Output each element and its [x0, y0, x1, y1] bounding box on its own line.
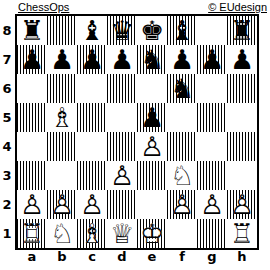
square-h8[interactable]: ♜ [227, 16, 257, 45]
rank-label-8: 8 [0, 16, 14, 45]
white-bishop[interactable]: ♝♗ [47, 103, 77, 132]
file-label-h: h [227, 250, 257, 266]
square-f4[interactable] [167, 132, 197, 161]
square-g8[interactable] [197, 16, 227, 45]
square-f5[interactable] [167, 103, 197, 132]
white-pawn[interactable]: ♟♙ [197, 190, 227, 219]
square-h1[interactable]: ♜♖ [227, 219, 257, 248]
square-g3[interactable] [197, 161, 227, 190]
square-h4[interactable] [227, 132, 257, 161]
square-e6[interactable] [137, 74, 167, 103]
square-b2[interactable]: ♟♙ [47, 190, 77, 219]
square-b7[interactable]: ♟ [47, 45, 77, 74]
square-a8[interactable]: ♜ [17, 16, 47, 45]
black-pawn[interactable]: ♟ [17, 45, 47, 74]
square-e2[interactable] [137, 190, 167, 219]
black-bishop[interactable]: ♝ [167, 16, 197, 45]
square-g5[interactable] [197, 103, 227, 132]
square-d2[interactable] [107, 190, 137, 219]
square-c1[interactable]: ♝♗ [77, 219, 107, 248]
square-c3[interactable] [77, 161, 107, 190]
white-pawn[interactable]: ♟♙ [17, 190, 47, 219]
square-b6[interactable] [47, 74, 77, 103]
square-g6[interactable] [197, 74, 227, 103]
square-d8[interactable]: ♛ [107, 16, 137, 45]
square-c6[interactable] [77, 74, 107, 103]
file-label-d: d [107, 250, 137, 266]
square-e8[interactable]: ♚ [137, 16, 167, 45]
file-labels: abcdefgh [17, 250, 257, 266]
square-a5[interactable] [17, 103, 47, 132]
white-queen[interactable]: ♛♕ [107, 219, 137, 248]
black-queen[interactable]: ♛ [107, 16, 137, 45]
square-e3[interactable] [137, 161, 167, 190]
square-d7[interactable]: ♟ [107, 45, 137, 74]
square-b8[interactable] [47, 16, 77, 45]
white-bishop[interactable]: ♝♗ [77, 219, 107, 248]
app-title-link[interactable]: ChessOps [18, 1, 69, 13]
square-c2[interactable]: ♟♙ [77, 190, 107, 219]
square-g4[interactable] [197, 132, 227, 161]
square-f6[interactable]: ♞ [167, 74, 197, 103]
square-c4[interactable] [77, 132, 107, 161]
black-knight[interactable]: ♞ [137, 45, 167, 74]
rank-labels: 87654321 [0, 16, 14, 248]
black-pawn[interactable]: ♟ [137, 103, 167, 132]
white-knight[interactable]: ♞♘ [167, 161, 197, 190]
square-g7[interactable]: ♟ [197, 45, 227, 74]
square-b3[interactable] [47, 161, 77, 190]
file-label-g: g [197, 250, 227, 266]
black-knight[interactable]: ♞ [167, 74, 197, 103]
square-e5[interactable]: ♟ [137, 103, 167, 132]
black-pawn[interactable]: ♟ [197, 45, 227, 74]
black-pawn[interactable]: ♟ [107, 45, 137, 74]
square-a1[interactable]: ♜♖ [17, 219, 47, 248]
square-e1[interactable]: ♚♔ [137, 219, 167, 248]
square-a7[interactable]: ♟ [17, 45, 47, 74]
white-pawn[interactable]: ♟♙ [227, 190, 257, 219]
square-g2[interactable]: ♟♙ [197, 190, 227, 219]
square-d6[interactable] [107, 74, 137, 103]
white-pawn[interactable]: ♟♙ [137, 132, 167, 161]
white-pawn[interactable]: ♟♙ [77, 190, 107, 219]
white-knight[interactable]: ♞♘ [47, 219, 77, 248]
black-rook[interactable]: ♜ [17, 16, 47, 45]
chess-board: ♜♝♛♚♝♜♟♟♟♟♞♟♟♟♞♝♗♟♟♙♟♙♞♘♟♙♟♙♟♙♟♙♟♙♟♙♜♖♞♘… [15, 14, 259, 250]
square-b5[interactable]: ♝♗ [47, 103, 77, 132]
black-pawn[interactable]: ♟ [47, 45, 77, 74]
square-a3[interactable] [17, 161, 47, 190]
square-h3[interactable] [227, 161, 257, 190]
white-rook[interactable]: ♜♖ [227, 219, 257, 248]
square-b1[interactable]: ♞♘ [47, 219, 77, 248]
black-bishop[interactable]: ♝ [77, 16, 107, 45]
square-d5[interactable] [107, 103, 137, 132]
square-h2[interactable]: ♟♙ [227, 190, 257, 219]
square-f7[interactable]: ♟ [167, 45, 197, 74]
square-f1[interactable] [167, 219, 197, 248]
square-d3[interactable]: ♟♙ [107, 161, 137, 190]
rank-label-6: 6 [0, 74, 14, 103]
square-a6[interactable] [17, 74, 47, 103]
white-rook[interactable]: ♜♖ [17, 219, 47, 248]
square-d4[interactable] [107, 132, 137, 161]
square-h5[interactable] [227, 103, 257, 132]
rank-label-3: 3 [0, 161, 14, 190]
black-pawn[interactable]: ♟ [77, 45, 107, 74]
rank-label-5: 5 [0, 103, 14, 132]
square-d1[interactable]: ♛♕ [107, 219, 137, 248]
square-e7[interactable]: ♞ [137, 45, 167, 74]
black-king[interactable]: ♚ [137, 16, 167, 45]
square-b4[interactable] [47, 132, 77, 161]
white-pawn[interactable]: ♟♙ [167, 190, 197, 219]
square-c7[interactable]: ♟ [77, 45, 107, 74]
file-label-b: b [47, 250, 77, 266]
square-g1[interactable] [197, 219, 227, 248]
black-pawn[interactable]: ♟ [167, 45, 197, 74]
rank-label-1: 1 [0, 219, 14, 248]
rank-label-7: 7 [0, 45, 14, 74]
square-h6[interactable] [227, 74, 257, 103]
white-pawn[interactable]: ♟♙ [47, 190, 77, 219]
square-e4[interactable]: ♟♙ [137, 132, 167, 161]
black-pawn[interactable]: ♟ [227, 45, 257, 74]
rank-label-2: 2 [0, 190, 14, 219]
square-c8[interactable]: ♝ [77, 16, 107, 45]
credit-link[interactable]: © EUdesign [208, 1, 267, 13]
square-f8[interactable]: ♝ [167, 16, 197, 45]
white-pawn[interactable]: ♟♙ [107, 161, 137, 190]
rank-label-4: 4 [0, 132, 14, 161]
square-c5[interactable] [77, 103, 107, 132]
file-label-f: f [167, 250, 197, 266]
square-f3[interactable]: ♞♘ [167, 161, 197, 190]
square-h7[interactable]: ♟ [227, 45, 257, 74]
white-king[interactable]: ♚♔ [137, 219, 167, 248]
square-a4[interactable] [17, 132, 47, 161]
file-label-e: e [137, 250, 167, 266]
square-a2[interactable]: ♟♙ [17, 190, 47, 219]
file-label-c: c [77, 250, 107, 266]
square-f2[interactable]: ♟♙ [167, 190, 197, 219]
black-rook[interactable]: ♜ [227, 16, 257, 45]
file-label-a: a [17, 250, 47, 266]
